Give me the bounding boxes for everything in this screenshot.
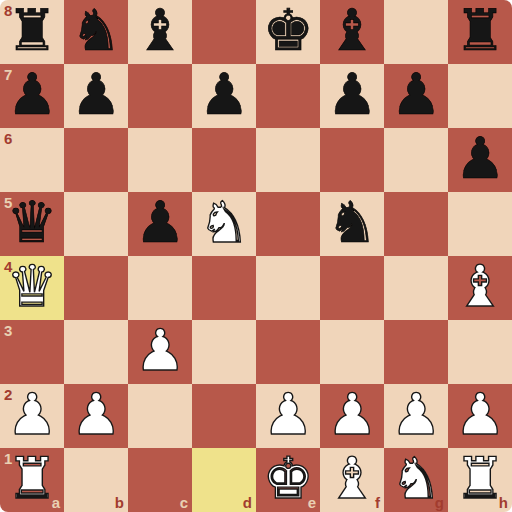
square-b1[interactable]: b [64, 448, 128, 512]
piece-white-bishop[interactable]: ♝ [326, 446, 377, 510]
piece-black-king[interactable]: ♚ [262, 0, 313, 62]
square-c6[interactable] [128, 128, 192, 192]
square-f8[interactable]: ♝ [320, 0, 384, 64]
square-f5[interactable]: ♞ [320, 192, 384, 256]
square-e5[interactable] [256, 192, 320, 256]
rank-label-6: 6 [4, 131, 12, 146]
square-a4[interactable]: 4♛ [0, 256, 64, 320]
square-h8[interactable]: ♜ [448, 0, 512, 64]
square-c2[interactable] [128, 384, 192, 448]
square-c3[interactable]: ♟ [128, 320, 192, 384]
square-f3[interactable] [320, 320, 384, 384]
square-a2[interactable]: 2♟ [0, 384, 64, 448]
square-d2[interactable] [192, 384, 256, 448]
piece-black-pawn[interactable]: ♟ [198, 62, 249, 126]
square-e7[interactable] [256, 64, 320, 128]
piece-white-rook[interactable]: ♜ [454, 446, 505, 510]
square-a7[interactable]: 7♟ [0, 64, 64, 128]
piece-white-queen[interactable]: ♛ [6, 254, 57, 318]
square-h4[interactable]: ♝ [448, 256, 512, 320]
square-g6[interactable] [384, 128, 448, 192]
piece-black-pawn[interactable]: ♟ [134, 190, 185, 254]
piece-black-rook[interactable]: ♜ [6, 0, 57, 62]
square-e8[interactable]: ♚ [256, 0, 320, 64]
piece-white-pawn[interactable]: ♟ [326, 382, 377, 446]
piece-white-bishop[interactable]: ♝ [454, 254, 505, 318]
piece-black-rook[interactable]: ♜ [454, 0, 505, 62]
piece-black-queen[interactable]: ♛ [6, 190, 57, 254]
piece-white-knight[interactable]: ♞ [390, 446, 441, 510]
piece-black-bishop[interactable]: ♝ [326, 0, 377, 62]
square-h2[interactable]: ♟ [448, 384, 512, 448]
square-g1[interactable]: g♞ [384, 448, 448, 512]
piece-black-pawn[interactable]: ♟ [326, 62, 377, 126]
square-e1[interactable]: e♚ [256, 448, 320, 512]
square-c5[interactable]: ♟ [128, 192, 192, 256]
square-d5[interactable]: ♞ [192, 192, 256, 256]
square-d6[interactable] [192, 128, 256, 192]
square-h3[interactable] [448, 320, 512, 384]
piece-black-bishop[interactable]: ♝ [134, 0, 185, 62]
square-b4[interactable] [64, 256, 128, 320]
square-g8[interactable] [384, 0, 448, 64]
square-d7[interactable]: ♟ [192, 64, 256, 128]
square-f4[interactable] [320, 256, 384, 320]
square-c1[interactable]: c [128, 448, 192, 512]
square-e3[interactable] [256, 320, 320, 384]
square-g2[interactable]: ♟ [384, 384, 448, 448]
square-c7[interactable] [128, 64, 192, 128]
square-f6[interactable] [320, 128, 384, 192]
square-b5[interactable] [64, 192, 128, 256]
square-c4[interactable] [128, 256, 192, 320]
piece-black-pawn[interactable]: ♟ [390, 62, 441, 126]
chess-board: 8♜♞♝♚♝♜7♟♟♟♟♟6♟5♛♟♞♞4♛♝3♟2♟♟♟♟♟♟1a♜bcde♚… [0, 0, 512, 512]
square-h1[interactable]: h♜ [448, 448, 512, 512]
piece-white-king[interactable]: ♚ [262, 446, 313, 510]
square-b3[interactable] [64, 320, 128, 384]
square-h5[interactable] [448, 192, 512, 256]
file-label-d: d [243, 495, 252, 510]
square-e4[interactable] [256, 256, 320, 320]
piece-black-pawn[interactable]: ♟ [70, 62, 121, 126]
piece-white-pawn[interactable]: ♟ [6, 382, 57, 446]
square-a1[interactable]: 1a♜ [0, 448, 64, 512]
square-h7[interactable] [448, 64, 512, 128]
file-label-c: c [180, 495, 188, 510]
square-d1[interactable]: d [192, 448, 256, 512]
file-label-b: b [115, 495, 124, 510]
square-b8[interactable]: ♞ [64, 0, 128, 64]
piece-white-pawn[interactable]: ♟ [70, 382, 121, 446]
square-e6[interactable] [256, 128, 320, 192]
square-b6[interactable] [64, 128, 128, 192]
square-h6[interactable]: ♟ [448, 128, 512, 192]
piece-white-knight[interactable]: ♞ [198, 190, 249, 254]
square-d8[interactable] [192, 0, 256, 64]
square-e2[interactable]: ♟ [256, 384, 320, 448]
piece-black-pawn[interactable]: ♟ [454, 126, 505, 190]
square-d3[interactable] [192, 320, 256, 384]
square-f2[interactable]: ♟ [320, 384, 384, 448]
rank-label-3: 3 [4, 323, 12, 338]
piece-black-knight[interactable]: ♞ [70, 0, 121, 62]
square-d4[interactable] [192, 256, 256, 320]
square-a5[interactable]: 5♛ [0, 192, 64, 256]
square-g4[interactable] [384, 256, 448, 320]
square-f1[interactable]: f♝ [320, 448, 384, 512]
square-g5[interactable] [384, 192, 448, 256]
piece-white-pawn[interactable]: ♟ [454, 382, 505, 446]
square-a8[interactable]: 8♜ [0, 0, 64, 64]
square-b7[interactable]: ♟ [64, 64, 128, 128]
piece-black-pawn[interactable]: ♟ [6, 62, 57, 126]
piece-white-rook[interactable]: ♜ [6, 446, 57, 510]
square-a3[interactable]: 3 [0, 320, 64, 384]
piece-white-pawn[interactable]: ♟ [390, 382, 441, 446]
square-b2[interactable]: ♟ [64, 384, 128, 448]
square-a6[interactable]: 6 [0, 128, 64, 192]
piece-black-knight[interactable]: ♞ [326, 190, 377, 254]
square-c8[interactable]: ♝ [128, 0, 192, 64]
piece-white-pawn[interactable]: ♟ [262, 382, 313, 446]
piece-white-pawn[interactable]: ♟ [134, 318, 185, 382]
square-f7[interactable]: ♟ [320, 64, 384, 128]
square-g3[interactable] [384, 320, 448, 384]
square-g7[interactable]: ♟ [384, 64, 448, 128]
